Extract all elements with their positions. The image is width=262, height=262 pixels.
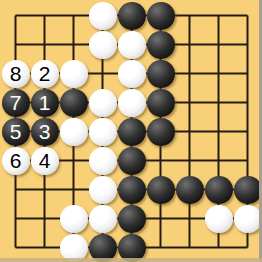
black-stone[interactable]: 5 <box>2 118 30 146</box>
board-edge-bottom-shadow <box>0 258 262 262</box>
move-number-label: 1 <box>39 92 51 113</box>
white-stone[interactable] <box>89 31 117 59</box>
white-stone[interactable]: 4 <box>31 147 59 175</box>
black-stone[interactable] <box>147 118 175 146</box>
move-number-label: 5 <box>10 121 22 142</box>
black-stone[interactable] <box>118 205 146 233</box>
black-stone[interactable] <box>176 176 204 204</box>
black-stone[interactable]: 7 <box>2 89 30 117</box>
black-stone[interactable]: 1 <box>31 89 59 117</box>
white-stone[interactable] <box>118 89 146 117</box>
stones-layer[interactable]: 82715364 <box>1 1 262 262</box>
white-stone[interactable] <box>118 31 146 59</box>
move-number-label: 7 <box>10 92 22 113</box>
board-edge-right-shadow <box>259 0 262 262</box>
white-stone[interactable] <box>89 89 117 117</box>
white-stone[interactable] <box>234 205 262 233</box>
white-stone[interactable] <box>89 147 117 175</box>
white-stone[interactable] <box>89 118 117 146</box>
white-stone[interactable]: 2 <box>31 60 59 88</box>
go-board[interactable]: 82715364 <box>0 0 262 262</box>
white-stone[interactable] <box>60 118 88 146</box>
white-stone[interactable]: 6 <box>2 147 30 175</box>
black-stone[interactable] <box>118 118 146 146</box>
black-stone[interactable] <box>118 176 146 204</box>
black-stone[interactable] <box>118 147 146 175</box>
white-stone[interactable] <box>89 205 117 233</box>
black-stone[interactable] <box>205 176 233 204</box>
move-number-label: 3 <box>39 121 51 142</box>
move-number-label: 4 <box>39 150 51 171</box>
white-stone[interactable] <box>60 60 88 88</box>
move-number-label: 8 <box>10 63 22 84</box>
white-stone[interactable] <box>89 2 117 30</box>
black-stone[interactable] <box>147 2 175 30</box>
black-stone[interactable] <box>118 2 146 30</box>
white-stone[interactable] <box>60 205 88 233</box>
white-stone[interactable] <box>89 176 117 204</box>
white-stone[interactable] <box>118 60 146 88</box>
black-stone[interactable] <box>147 89 175 117</box>
white-stone[interactable] <box>205 205 233 233</box>
move-number-label: 6 <box>10 150 22 171</box>
black-stone[interactable]: 3 <box>31 118 59 146</box>
black-stone[interactable] <box>147 31 175 59</box>
black-stone[interactable] <box>147 60 175 88</box>
white-stone[interactable]: 8 <box>2 60 30 88</box>
black-stone[interactable] <box>60 89 88 117</box>
move-number-label: 2 <box>39 63 51 84</box>
black-stone[interactable] <box>234 176 262 204</box>
black-stone[interactable] <box>147 176 175 204</box>
